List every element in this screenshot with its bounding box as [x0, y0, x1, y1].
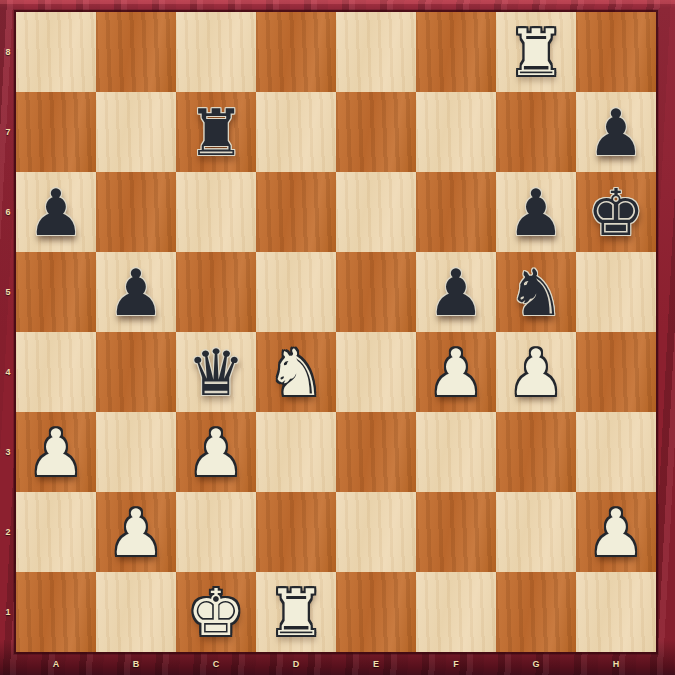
square-c5[interactable] [176, 252, 256, 332]
piece-black-pawn: ♟ [16, 173, 96, 253]
square-h7[interactable]: ♟ [576, 92, 656, 172]
square-f1[interactable] [416, 572, 496, 652]
square-h6[interactable]: ♚ [576, 172, 656, 252]
square-d4[interactable]: ♞ [256, 332, 336, 412]
square-a3[interactable]: ♟ [16, 412, 96, 492]
square-a5[interactable] [16, 252, 96, 332]
file-labels: ABCDEFGH [16, 652, 656, 675]
square-d8[interactable] [256, 12, 336, 92]
file-label-g: G [496, 652, 576, 675]
rank-label-5: 5 [0, 252, 16, 332]
square-c2[interactable] [176, 492, 256, 572]
piece-black-rook: ♜ [176, 93, 256, 173]
rank-label-8: 8 [0, 12, 16, 92]
rank-labels: 87654321 [0, 12, 16, 652]
rank-label-2: 2 [0, 492, 16, 572]
square-e5[interactable] [336, 252, 416, 332]
rank-label-3: 3 [0, 412, 16, 492]
file-label-c: C [176, 652, 256, 675]
square-a6[interactable]: ♟ [16, 172, 96, 252]
piece-white-rook: ♜ [496, 13, 576, 93]
square-h8[interactable] [576, 12, 656, 92]
square-b1[interactable] [96, 572, 176, 652]
square-h3[interactable] [576, 412, 656, 492]
square-b7[interactable] [96, 92, 176, 172]
square-f4[interactable]: ♟ [416, 332, 496, 412]
piece-black-queen: ♛ [176, 333, 256, 413]
square-g4[interactable]: ♟ [496, 332, 576, 412]
square-h5[interactable] [576, 252, 656, 332]
square-e2[interactable] [336, 492, 416, 572]
square-g7[interactable] [496, 92, 576, 172]
piece-white-knight: ♞ [256, 333, 336, 413]
piece-white-rook: ♜ [256, 573, 336, 653]
chess-board: ♜♜♟♟♟♚♟♟♞♛♞♟♟♟♟♟♟♚♜ [16, 12, 656, 652]
square-b8[interactable] [96, 12, 176, 92]
square-b2[interactable]: ♟ [96, 492, 176, 572]
square-b3[interactable] [96, 412, 176, 492]
square-c7[interactable]: ♜ [176, 92, 256, 172]
piece-black-pawn: ♟ [576, 93, 656, 173]
piece-black-pawn: ♟ [416, 253, 496, 333]
square-g5[interactable]: ♞ [496, 252, 576, 332]
piece-white-pawn: ♟ [496, 333, 576, 413]
square-e6[interactable] [336, 172, 416, 252]
square-c6[interactable] [176, 172, 256, 252]
board-frame: ♜♜♟♟♟♚♟♟♞♛♞♟♟♟♟♟♟♚♜ 87654321 ABCDEFGH [0, 0, 675, 675]
square-d3[interactable] [256, 412, 336, 492]
file-label-h: H [576, 652, 656, 675]
file-label-b: B [96, 652, 176, 675]
square-e8[interactable] [336, 12, 416, 92]
square-b6[interactable] [96, 172, 176, 252]
rank-label-7: 7 [0, 92, 16, 172]
square-a8[interactable] [16, 12, 96, 92]
square-g2[interactable] [496, 492, 576, 572]
square-b4[interactable] [96, 332, 176, 412]
piece-black-pawn: ♟ [496, 173, 576, 253]
piece-white-pawn: ♟ [176, 413, 256, 493]
square-h2[interactable]: ♟ [576, 492, 656, 572]
square-d6[interactable] [256, 172, 336, 252]
piece-white-pawn: ♟ [416, 333, 496, 413]
file-label-f: F [416, 652, 496, 675]
square-g8[interactable]: ♜ [496, 12, 576, 92]
piece-black-pawn: ♟ [96, 253, 176, 333]
square-f2[interactable] [416, 492, 496, 572]
square-f7[interactable] [416, 92, 496, 172]
square-d7[interactable] [256, 92, 336, 172]
rank-label-6: 6 [0, 172, 16, 252]
square-h1[interactable] [576, 572, 656, 652]
square-c4[interactable]: ♛ [176, 332, 256, 412]
square-c8[interactable] [176, 12, 256, 92]
square-a1[interactable] [16, 572, 96, 652]
rank-label-1: 1 [0, 572, 16, 652]
square-e3[interactable] [336, 412, 416, 492]
square-f6[interactable] [416, 172, 496, 252]
square-f3[interactable] [416, 412, 496, 492]
square-e1[interactable] [336, 572, 416, 652]
square-a4[interactable] [16, 332, 96, 412]
square-d1[interactable]: ♜ [256, 572, 336, 652]
square-c1[interactable]: ♚ [176, 572, 256, 652]
rank-label-4: 4 [0, 332, 16, 412]
square-e7[interactable] [336, 92, 416, 172]
piece-white-pawn: ♟ [576, 493, 656, 573]
square-g6[interactable]: ♟ [496, 172, 576, 252]
piece-white-king: ♚ [176, 573, 256, 653]
piece-black-king: ♚ [576, 173, 656, 253]
piece-white-pawn: ♟ [96, 493, 176, 573]
square-h4[interactable] [576, 332, 656, 412]
file-label-a: A [16, 652, 96, 675]
square-e4[interactable] [336, 332, 416, 412]
square-f5[interactable]: ♟ [416, 252, 496, 332]
square-d5[interactable] [256, 252, 336, 332]
square-b5[interactable]: ♟ [96, 252, 176, 332]
square-a7[interactable] [16, 92, 96, 172]
square-g1[interactable] [496, 572, 576, 652]
file-label-e: E [336, 652, 416, 675]
square-c3[interactable]: ♟ [176, 412, 256, 492]
square-d2[interactable] [256, 492, 336, 572]
square-g3[interactable] [496, 412, 576, 492]
file-label-d: D [256, 652, 336, 675]
piece-black-knight: ♞ [496, 253, 576, 333]
square-f8[interactable] [416, 12, 496, 92]
piece-white-pawn: ♟ [16, 413, 96, 493]
square-a2[interactable] [16, 492, 96, 572]
